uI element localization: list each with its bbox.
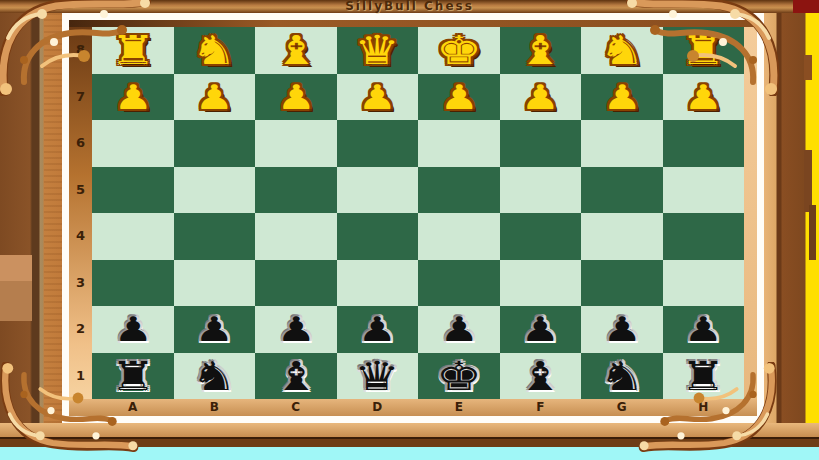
frame-left <box>0 13 62 423</box>
square-b2[interactable]: ♟ <box>174 306 256 353</box>
desktop-strip <box>0 447 819 460</box>
board-top-margin <box>69 20 757 27</box>
piece-white-pawn-h7[interactable]: ♟ <box>684 75 723 119</box>
square-e5[interactable] <box>418 167 500 214</box>
piece-white-knight-b8[interactable]: ♞ <box>191 28 237 72</box>
square-g4[interactable] <box>581 213 663 260</box>
square-f8[interactable]: ♝ <box>500 27 582 74</box>
piece-white-pawn-c7[interactable]: ♟ <box>276 75 315 119</box>
square-a4[interactable] <box>92 213 174 260</box>
square-g5[interactable] <box>581 167 663 214</box>
window-title: SillyBull Chess <box>0 0 819 13</box>
square-f4[interactable] <box>500 213 582 260</box>
square-c3[interactable] <box>255 260 337 307</box>
square-a7[interactable]: ♟ <box>92 74 174 121</box>
sillybull-chess-window: SillyBull Chess <box>0 0 819 460</box>
square-c6[interactable] <box>255 120 337 167</box>
piece-black-pawn-f2[interactable]: ♟ <box>521 307 560 351</box>
rank-label-7: 7 <box>69 74 92 121</box>
square-a2[interactable]: ♟ <box>92 306 174 353</box>
piece-black-knight-g1[interactable]: ♞ <box>599 354 645 398</box>
piece-black-bishop-f1[interactable]: ♝ <box>517 354 563 398</box>
square-h4[interactable] <box>663 213 745 260</box>
file-label-G: G <box>581 399 663 416</box>
square-h6[interactable] <box>663 120 745 167</box>
square-b4[interactable] <box>174 213 256 260</box>
square-g3[interactable] <box>581 260 663 307</box>
square-f5[interactable] <box>500 167 582 214</box>
piece-black-pawn-g2[interactable]: ♟ <box>602 307 641 351</box>
file-label-A: A <box>92 399 174 416</box>
square-d4[interactable] <box>337 213 419 260</box>
square-b7[interactable]: ♟ <box>174 74 256 121</box>
square-a5[interactable] <box>92 167 174 214</box>
file-label-E: E <box>418 399 500 416</box>
square-a3[interactable] <box>92 260 174 307</box>
piece-white-bishop-c8[interactable]: ♝ <box>273 28 319 72</box>
piece-white-queen-d8[interactable]: ♛ <box>354 28 400 72</box>
piece-black-pawn-d2[interactable]: ♟ <box>358 307 397 351</box>
square-f6[interactable] <box>500 120 582 167</box>
piece-white-pawn-d7[interactable]: ♟ <box>358 75 397 119</box>
square-d8[interactable]: ♛ <box>337 27 419 74</box>
rank-label-2: 2 <box>69 306 92 353</box>
square-c2[interactable]: ♟ <box>255 306 337 353</box>
piece-white-king-e8[interactable]: ♚ <box>436 28 482 72</box>
piece-white-knight-g8[interactable]: ♞ <box>599 28 645 72</box>
file-label-C: C <box>255 399 337 416</box>
piece-black-pawn-h2[interactable]: ♟ <box>684 307 723 351</box>
square-h3[interactable] <box>663 260 745 307</box>
square-d7[interactable]: ♟ <box>337 74 419 121</box>
square-d5[interactable] <box>337 167 419 214</box>
piece-white-pawn-e7[interactable]: ♟ <box>439 75 478 119</box>
square-d1[interactable]: ♛ <box>337 353 419 400</box>
square-b1[interactable]: ♞ <box>174 353 256 400</box>
rank-label-3: 3 <box>69 260 92 307</box>
piece-black-queen-d1[interactable]: ♛ <box>354 354 400 398</box>
piece-black-rook-h1[interactable]: ♜ <box>680 354 726 398</box>
piece-white-pawn-a7[interactable]: ♟ <box>113 75 152 119</box>
square-d6[interactable] <box>337 120 419 167</box>
square-b6[interactable] <box>174 120 256 167</box>
piece-black-pawn-b2[interactable]: ♟ <box>195 307 234 351</box>
square-h2[interactable]: ♟ <box>663 306 745 353</box>
square-b8[interactable]: ♞ <box>174 27 256 74</box>
frame-bottom <box>0 423 819 447</box>
piece-white-pawn-b7[interactable]: ♟ <box>195 75 234 119</box>
piece-white-rook-a8[interactable]: ♜ <box>110 28 156 72</box>
piece-white-pawn-g7[interactable]: ♟ <box>602 75 641 119</box>
file-label-D: D <box>337 399 419 416</box>
rank-label-6: 6 <box>69 120 92 167</box>
file-labels: ABCDEFGH <box>92 399 744 416</box>
rank-labels: 87654321 <box>69 27 92 399</box>
square-c1[interactable]: ♝ <box>255 353 337 400</box>
square-e6[interactable] <box>418 120 500 167</box>
square-e2[interactable]: ♟ <box>418 306 500 353</box>
square-h1[interactable]: ♜ <box>663 353 745 400</box>
square-f3[interactable] <box>500 260 582 307</box>
board-frame: 87654321 ♜♞♝♛♚♝♞♜♟♟♟♟♟♟♟♟♟♟♟♟♟♟♟♟♜♞♝♛♚♝♞… <box>62 13 764 423</box>
square-h7[interactable]: ♟ <box>663 74 745 121</box>
board-right-margin <box>744 27 757 399</box>
piece-white-bishop-f8[interactable]: ♝ <box>517 28 563 72</box>
square-c7[interactable]: ♟ <box>255 74 337 121</box>
piece-white-rook-h8[interactable]: ♜ <box>680 28 726 72</box>
square-b3[interactable] <box>174 260 256 307</box>
square-f1[interactable]: ♝ <box>500 353 582 400</box>
square-c4[interactable] <box>255 213 337 260</box>
piece-black-pawn-e2[interactable]: ♟ <box>439 307 478 351</box>
piece-white-pawn-f7[interactable]: ♟ <box>521 75 560 119</box>
square-g8[interactable]: ♞ <box>581 27 663 74</box>
square-h5[interactable] <box>663 167 745 214</box>
rank-label-5: 5 <box>69 167 92 214</box>
piece-black-bishop-c1[interactable]: ♝ <box>273 354 319 398</box>
piece-black-pawn-a2[interactable]: ♟ <box>113 307 152 351</box>
square-h8[interactable]: ♜ <box>663 27 745 74</box>
square-a6[interactable] <box>92 120 174 167</box>
square-a1[interactable]: ♜ <box>92 353 174 400</box>
piece-black-knight-b1[interactable]: ♞ <box>191 354 237 398</box>
rank-label-4: 4 <box>69 213 92 260</box>
square-e1[interactable]: ♚ <box>418 353 500 400</box>
piece-black-king-e1[interactable]: ♚ <box>436 354 482 398</box>
square-d3[interactable] <box>337 260 419 307</box>
square-e8[interactable]: ♚ <box>418 27 500 74</box>
square-f7[interactable]: ♟ <box>500 74 582 121</box>
file-label-H: H <box>663 399 745 416</box>
square-g2[interactable]: ♟ <box>581 306 663 353</box>
square-g7[interactable]: ♟ <box>581 74 663 121</box>
square-e7[interactable]: ♟ <box>418 74 500 121</box>
square-c8[interactable]: ♝ <box>255 27 337 74</box>
square-f2[interactable]: ♟ <box>500 306 582 353</box>
rank-label-8: 8 <box>69 27 92 74</box>
square-c5[interactable] <box>255 167 337 214</box>
square-e3[interactable] <box>418 260 500 307</box>
rank-label-1: 1 <box>69 353 92 400</box>
square-b5[interactable] <box>174 167 256 214</box>
frame-right <box>764 13 819 423</box>
piece-black-rook-a1[interactable]: ♜ <box>110 354 156 398</box>
chess-board[interactable]: ♜♞♝♛♚♝♞♜♟♟♟♟♟♟♟♟♟♟♟♟♟♟♟♟♜♞♝♛♚♝♞♜ <box>92 27 744 399</box>
square-g1[interactable]: ♞ <box>581 353 663 400</box>
square-g6[interactable] <box>581 120 663 167</box>
file-label-F: F <box>500 399 582 416</box>
square-a8[interactable]: ♜ <box>92 27 174 74</box>
square-e4[interactable] <box>418 213 500 260</box>
square-d2[interactable]: ♟ <box>337 306 419 353</box>
file-label-B: B <box>174 399 256 416</box>
file-labels-row: ABCDEFGH <box>69 399 757 416</box>
piece-black-pawn-c2[interactable]: ♟ <box>276 307 315 351</box>
